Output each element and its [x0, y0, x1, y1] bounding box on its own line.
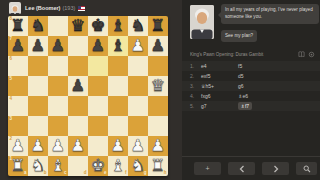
- square-c8[interactable]: [48, 16, 68, 36]
- rank-label-4: 4: [10, 97, 13, 102]
- square-d5[interactable]: ♟: [68, 76, 88, 96]
- square-b2[interactable]: ♟: [28, 136, 48, 156]
- square-f8[interactable]: ♝: [108, 16, 128, 36]
- square-h8[interactable]: ♜: [148, 16, 168, 36]
- move-row-2.: 2.exf5d5: [182, 71, 320, 81]
- avatar-image: [190, 5, 214, 39]
- piece-white-pawn[interactable]: ♟: [128, 36, 148, 56]
- white-move[interactable]: fxg6: [201, 91, 238, 101]
- square-g5[interactable]: [128, 76, 148, 96]
- square-f4[interactable]: [108, 96, 128, 116]
- piece-white-pawn[interactable]: ♟: [68, 136, 88, 156]
- piece-black-pawn[interactable]: ♟: [88, 36, 108, 56]
- white-move[interactable]: exf5: [201, 71, 238, 81]
- move-number: 2.: [182, 71, 201, 81]
- piece-black-pawn[interactable]: ♟: [28, 36, 48, 56]
- board: 8♜♞♛♚♝♞♜7♟♟♟♟♝♟♟65♟♛432♟♟♟♟♟♟♟1a♜b♞c♝de♚…: [8, 16, 168, 176]
- black-move[interactable]: f5: [238, 61, 288, 71]
- square-d3[interactable]: [68, 116, 88, 136]
- move-row-4.: 4.fxg6♗e6: [182, 91, 320, 101]
- square-h4[interactable]: [148, 96, 168, 116]
- square-d8[interactable]: ♛: [68, 16, 88, 36]
- piece-white-knight[interactable]: ♞: [28, 156, 48, 176]
- chat-message: In all my years of playing, I've never p…: [221, 4, 319, 24]
- piece-black-rook[interactable]: ♜: [148, 16, 168, 36]
- square-b5[interactable]: [28, 76, 48, 96]
- square-c3[interactable]: [48, 116, 68, 136]
- square-a4[interactable]: 4: [8, 96, 28, 116]
- square-a6[interactable]: 6: [8, 56, 28, 76]
- chat-followup-text: See my plan?: [225, 33, 253, 38]
- piece-white-pawn[interactable]: ♟: [28, 136, 48, 156]
- square-e8[interactable]: ♚: [88, 16, 108, 36]
- piece-black-rook[interactable]: ♜: [8, 16, 28, 36]
- square-f3[interactable]: [108, 116, 128, 136]
- piece-black-pawn[interactable]: ♟: [68, 76, 88, 96]
- square-f5[interactable]: [108, 76, 128, 96]
- piece-black-king[interactable]: ♚: [88, 16, 108, 36]
- square-e7[interactable]: ♟: [88, 36, 108, 56]
- piece-black-knight[interactable]: ♞: [128, 16, 148, 36]
- piece-black-queen[interactable]: ♛: [68, 16, 88, 36]
- piece-white-knight[interactable]: ♞: [128, 156, 148, 176]
- move-row-1.: 1.e4f5: [182, 61, 320, 71]
- square-e4[interactable]: [88, 96, 108, 116]
- move-list: 1.e4f52.exf5d53.♕h5+g64.fxg6♗e65.g7♗f7: [182, 61, 320, 111]
- player-rating: (193): [62, 5, 75, 11]
- piece-white-pawn[interactable]: ♟: [108, 136, 128, 156]
- us-flag-icon: [78, 6, 85, 11]
- square-g7[interactable]: ♟: [128, 36, 148, 56]
- square-a2[interactable]: 2♟: [8, 136, 28, 156]
- square-g1[interactable]: g♞: [128, 156, 148, 176]
- piece-white-queen[interactable]: ♛: [148, 76, 168, 96]
- piece-white-pawn[interactable]: ♟: [8, 136, 28, 156]
- chevron-left-icon: [239, 165, 245, 173]
- top-player-bar: Lee (Boomer)(193): [0, 0, 182, 16]
- square-h1[interactable]: h♜: [148, 156, 168, 176]
- square-f2[interactable]: ♟: [108, 136, 128, 156]
- magnifier-icon: [303, 165, 311, 173]
- piece-black-pawn[interactable]: ♟: [148, 36, 168, 56]
- square-f1[interactable]: f♝: [108, 156, 128, 176]
- piece-white-pawn[interactable]: ♟: [148, 136, 168, 156]
- square-a8[interactable]: 8♜: [8, 16, 28, 36]
- piece-black-pawn[interactable]: ♟: [8, 36, 28, 56]
- square-a5[interactable]: 5: [8, 76, 28, 96]
- square-h6[interactable]: [148, 56, 168, 76]
- move-number: 1.: [182, 61, 201, 71]
- back-button[interactable]: [228, 162, 255, 175]
- forward-button[interactable]: [262, 162, 289, 175]
- piece-black-bishop[interactable]: ♝: [108, 36, 128, 56]
- square-a1[interactable]: 1a♜: [8, 156, 28, 176]
- square-c5[interactable]: [48, 76, 68, 96]
- square-h5[interactable]: ♛: [148, 76, 168, 96]
- opening-book-icon[interactable]: [298, 51, 305, 58]
- square-b7[interactable]: ♟: [28, 36, 48, 56]
- square-d7[interactable]: [68, 36, 88, 56]
- top-player-name[interactable]: Lee (Boomer)(193): [25, 0, 85, 16]
- settings-gear-icon[interactable]: [308, 51, 315, 58]
- square-f7[interactable]: ♝: [108, 36, 128, 56]
- chat-avatar[interactable]: [190, 5, 214, 39]
- side-panel: In all my years of playing, I've never p…: [182, 0, 320, 180]
- square-a7[interactable]: 7♟: [8, 36, 28, 56]
- square-e3[interactable]: [88, 116, 108, 136]
- player-username: Lee (Boomer): [25, 5, 60, 11]
- chat-followup-bubble[interactable]: See my plan?: [221, 30, 257, 42]
- move-number: 3.: [182, 81, 201, 91]
- move-number: 4.: [182, 91, 201, 101]
- square-e2[interactable]: [88, 136, 108, 156]
- square-d2[interactable]: ♟: [68, 136, 88, 156]
- square-c2[interactable]: ♟: [48, 136, 68, 156]
- square-b8[interactable]: ♞: [28, 16, 48, 36]
- piece-black-knight[interactable]: ♞: [28, 16, 48, 36]
- piece-white-pawn[interactable]: ♟: [128, 136, 148, 156]
- white-move[interactable]: e4: [201, 61, 238, 71]
- white-move[interactable]: g7: [201, 101, 238, 111]
- square-h3[interactable]: [148, 116, 168, 136]
- move-number: 5.: [182, 101, 201, 111]
- game-controls: +: [182, 156, 320, 180]
- square-e6[interactable]: [88, 56, 108, 76]
- move-row-3.: 3.♕h5+g6: [182, 81, 320, 91]
- piece-white-bishop[interactable]: ♝: [108, 156, 128, 176]
- piece-white-rook[interactable]: ♜: [8, 156, 28, 176]
- opening-name: King's Pawn Opening: Duras Gambit: [190, 52, 295, 57]
- square-g3[interactable]: [128, 116, 148, 136]
- square-d1[interactable]: d: [68, 156, 88, 176]
- square-b4[interactable]: [28, 96, 48, 116]
- piece-white-pawn[interactable]: ♟: [48, 136, 68, 156]
- black-move[interactable]: ♗f7: [238, 101, 288, 111]
- square-c4[interactable]: [48, 96, 68, 116]
- square-c6[interactable]: [48, 56, 68, 76]
- rank-label-6: 6: [10, 57, 13, 62]
- piece-white-king[interactable]: ♚: [88, 156, 108, 176]
- black-move[interactable]: g6: [238, 81, 288, 91]
- opening-header: King's Pawn Opening: Duras Gambit: [190, 49, 315, 59]
- black-move[interactable]: d5: [238, 71, 288, 81]
- square-f6[interactable]: [108, 56, 128, 76]
- white-move[interactable]: ♕h5+: [201, 81, 238, 91]
- file-label-d: d: [84, 171, 87, 176]
- piece-white-rook[interactable]: ♜: [148, 156, 168, 176]
- square-c1[interactable]: c♝: [48, 156, 68, 176]
- square-b6[interactable]: [28, 56, 48, 76]
- chevron-right-icon: [273, 165, 279, 173]
- square-g2[interactable]: ♟: [128, 136, 148, 156]
- piece-black-pawn[interactable]: ♟: [48, 36, 68, 56]
- square-a3[interactable]: 3: [8, 116, 28, 136]
- rank-label-3: 3: [10, 117, 13, 122]
- square-e1[interactable]: e♚: [88, 156, 108, 176]
- analysis-button[interactable]: [296, 162, 317, 175]
- square-h2[interactable]: ♟: [148, 136, 168, 156]
- piece-white-bishop[interactable]: ♝: [48, 156, 68, 176]
- top-player-avatar[interactable]: [9, 2, 21, 14]
- square-d6[interactable]: [68, 56, 88, 76]
- piece-black-bishop[interactable]: ♝: [108, 16, 128, 36]
- square-c7[interactable]: ♟: [48, 36, 68, 56]
- square-g4[interactable]: [128, 96, 148, 116]
- square-e5[interactable]: [88, 76, 108, 96]
- new-game-button[interactable]: +: [194, 162, 221, 175]
- black-move[interactable]: ♗e6: [238, 91, 288, 101]
- square-g8[interactable]: ♞: [128, 16, 148, 36]
- square-b3[interactable]: [28, 116, 48, 136]
- square-d4[interactable]: [68, 96, 88, 116]
- square-g6[interactable]: [128, 56, 148, 76]
- square-b1[interactable]: b♞: [28, 156, 48, 176]
- move-row-5.: 5.g7♗f7: [182, 101, 320, 111]
- rank-label-5: 5: [10, 77, 13, 82]
- chat-message-text: In all my years of playing, I've never p…: [225, 7, 313, 19]
- avatar-image: [9, 4, 21, 14]
- square-h7[interactable]: ♟: [148, 36, 168, 56]
